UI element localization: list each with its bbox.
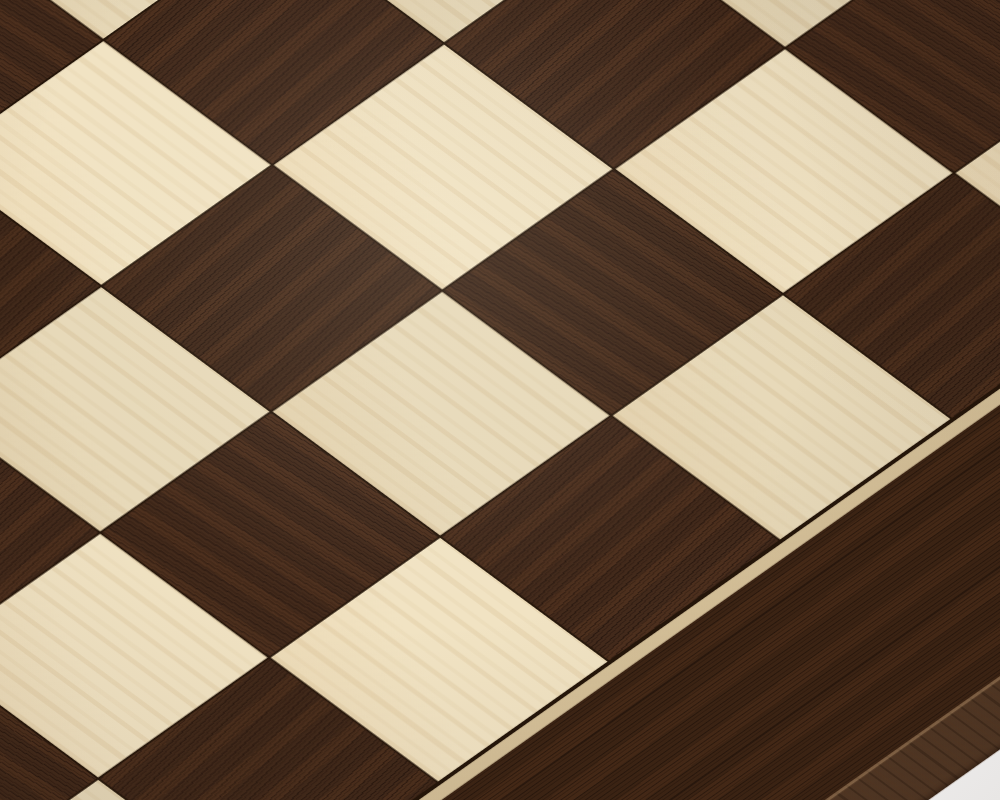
board-photo — [0, 0, 1000, 800]
chessboard — [0, 0, 1000, 800]
